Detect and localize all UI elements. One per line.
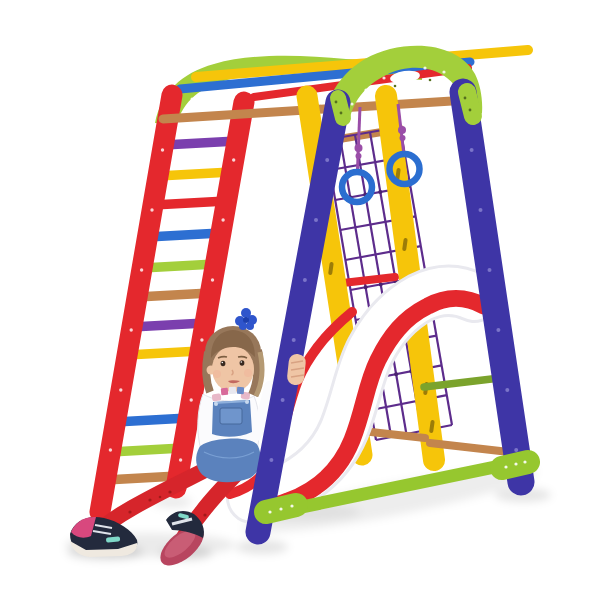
bib-pocket xyxy=(220,408,242,424)
overall-button xyxy=(214,402,218,406)
overalls-skirt xyxy=(196,439,261,483)
play-structure-scene xyxy=(0,0,600,600)
collar-plaid xyxy=(221,387,244,395)
girl-face xyxy=(212,346,254,392)
strap-floral-left xyxy=(212,393,222,401)
eye-left xyxy=(221,361,226,367)
bracket-tab-left xyxy=(338,98,343,118)
bracket-tab-right xyxy=(467,92,473,116)
eye-right xyxy=(240,360,245,366)
blush-left xyxy=(213,370,221,378)
blush-right xyxy=(244,369,252,377)
product-photo xyxy=(0,0,600,600)
overall-button xyxy=(245,400,249,404)
